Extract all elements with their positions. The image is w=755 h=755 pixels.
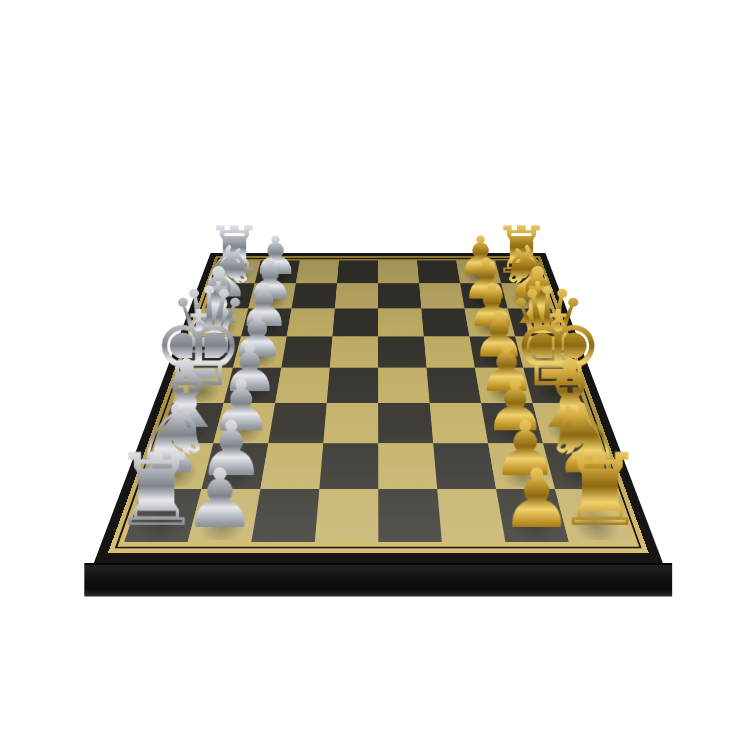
- product-photo: ♜♟♟♜♞♟♟♞♝♟♟♝♛♟♟♛♚♟♟♚♝♟♟♝♞♟♟♞♜♟♟♜: [0, 0, 755, 755]
- board-square: [378, 489, 442, 542]
- board-square: ♟: [187, 489, 260, 542]
- board-square: [336, 261, 377, 284]
- board-square: [378, 368, 429, 403]
- board-gold-frame: ♜♟♟♜♞♟♟♞♝♟♟♝♛♟♟♛♚♟♟♚♝♟♟♝♞♟♟♞♜♟♟♜: [107, 256, 648, 553]
- board-square: [332, 308, 378, 336]
- board-square: [419, 283, 464, 308]
- silver-pawn: ♟: [182, 458, 255, 540]
- board-square: [260, 443, 323, 489]
- board-grid: ♜♟♟♜♞♟♟♞♝♟♟♝♛♟♟♛♚♟♟♚♝♟♟♝♞♟♟♞♜♟♟♜: [123, 261, 631, 543]
- board-square: [268, 403, 326, 443]
- board-square: [319, 443, 378, 489]
- board-square: [291, 283, 336, 308]
- board-square: [314, 489, 378, 542]
- board-square: [378, 283, 421, 308]
- board-square: [334, 283, 377, 308]
- board-square: [250, 489, 318, 542]
- perspective-wrapper: ♜♟♟♜♞♟♟♞♝♟♟♝♛♟♟♛♚♟♟♚♝♟♟♝♞♟♟♞♜♟♟♜: [0, 0, 755, 755]
- board-square: [378, 261, 419, 284]
- board-square: [329, 336, 377, 367]
- board-square: [378, 403, 433, 443]
- board-square: ♜: [554, 489, 631, 542]
- board-square: [378, 336, 426, 367]
- board-square: [281, 336, 332, 367]
- board-square: [423, 336, 474, 367]
- gold-rook: ♜: [554, 440, 644, 540]
- board-square: [378, 308, 424, 336]
- board-square: [417, 261, 460, 284]
- board-square: [295, 261, 338, 284]
- board-outer-margin: ♜♟♟♜♞♟♟♞♝♟♟♝♛♟♟♛♚♟♟♚♝♟♟♝♞♟♟♞♜♟♟♜: [93, 253, 662, 563]
- board-square: [421, 308, 469, 336]
- board-square: [275, 368, 330, 403]
- board-square: [436, 489, 504, 542]
- board-base: [83, 563, 671, 597]
- chess-board: ♜♟♟♜♞♟♟♞♝♟♟♝♛♟♟♛♚♟♟♚♝♟♟♝♞♟♟♞♜♟♟♜: [93, 253, 662, 563]
- board-square: [323, 403, 378, 443]
- board-square: [432, 443, 495, 489]
- board-square: [426, 368, 481, 403]
- board-square: [326, 368, 377, 403]
- board-square: [378, 443, 437, 489]
- board-square: [429, 403, 487, 443]
- board-square: [286, 308, 334, 336]
